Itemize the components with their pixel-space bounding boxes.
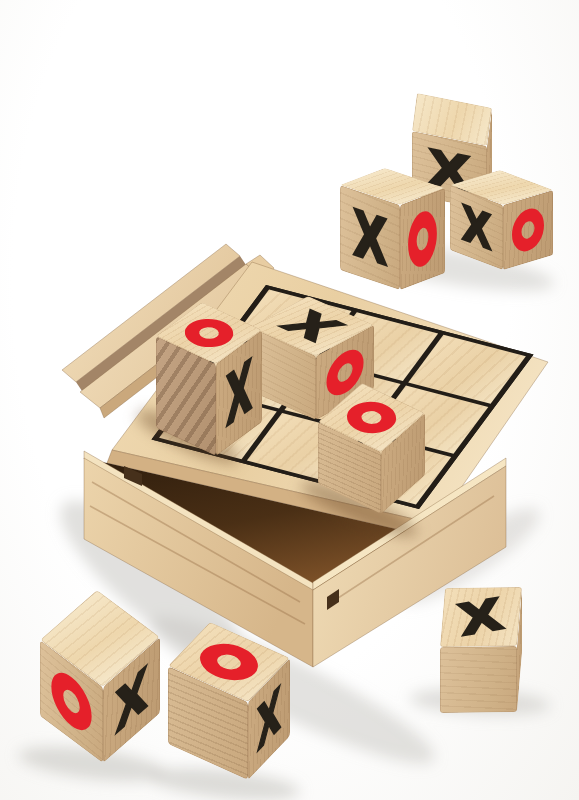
o-symbol xyxy=(190,636,268,687)
o-symbol xyxy=(512,204,544,255)
x-symbol: X xyxy=(461,198,491,258)
x-symbol: X xyxy=(226,349,252,436)
o-symbol xyxy=(337,395,405,439)
cube-face-front xyxy=(440,646,517,713)
o-symbol xyxy=(408,206,437,271)
cube-face-side xyxy=(400,188,445,290)
x-symbol: X xyxy=(257,678,281,761)
x-symbol: X xyxy=(455,592,507,642)
scene-photo: { "game": "tic-tac-toe", "scene": "Woode… xyxy=(0,0,579,800)
x-symbol: X xyxy=(353,200,387,274)
cube-face-top: X xyxy=(440,587,522,647)
x-symbol: X xyxy=(272,306,353,345)
o-symbol xyxy=(175,313,243,353)
